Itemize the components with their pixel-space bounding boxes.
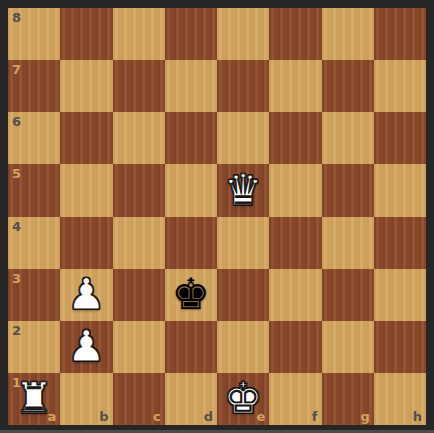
square-g7[interactable] <box>322 60 374 112</box>
rank-label-5: 5 <box>12 167 21 180</box>
square-b8[interactable] <box>60 8 112 60</box>
square-a8[interactable]: 8 <box>8 8 60 60</box>
white-pawn[interactable]: ♟ <box>60 321 112 373</box>
square-f6[interactable] <box>269 112 321 164</box>
square-a3[interactable]: 3 <box>8 269 60 321</box>
square-b5[interactable] <box>60 164 112 216</box>
file-label-c: c <box>153 410 161 423</box>
square-e3[interactable] <box>217 269 269 321</box>
square-g4[interactable] <box>322 217 374 269</box>
square-e5[interactable]: ♛ <box>217 164 269 216</box>
file-label-f: f <box>312 410 318 423</box>
square-b2[interactable]: ♟ <box>60 321 112 373</box>
square-a2[interactable]: 2 <box>8 321 60 373</box>
rank-label-4: 4 <box>12 220 21 233</box>
square-h8[interactable] <box>374 8 426 60</box>
square-a5[interactable]: 5 <box>8 164 60 216</box>
rank-label-2: 2 <box>12 324 21 337</box>
square-d6[interactable] <box>165 112 217 164</box>
square-g2[interactable] <box>322 321 374 373</box>
square-d5[interactable] <box>165 164 217 216</box>
square-a4[interactable]: 4 <box>8 217 60 269</box>
square-c3[interactable] <box>113 269 165 321</box>
square-b3[interactable]: ♟ <box>60 269 112 321</box>
square-e6[interactable] <box>217 112 269 164</box>
square-h5[interactable] <box>374 164 426 216</box>
square-g8[interactable] <box>322 8 374 60</box>
square-d3[interactable]: ♚ <box>165 269 217 321</box>
square-c8[interactable] <box>113 8 165 60</box>
square-f8[interactable] <box>269 8 321 60</box>
square-d4[interactable] <box>165 217 217 269</box>
square-h1[interactable]: h <box>374 373 426 425</box>
square-b6[interactable] <box>60 112 112 164</box>
square-b4[interactable] <box>60 217 112 269</box>
file-label-h: h <box>413 410 422 423</box>
square-a6[interactable]: 6 <box>8 112 60 164</box>
square-e7[interactable] <box>217 60 269 112</box>
square-e2[interactable] <box>217 321 269 373</box>
rank-label-6: 6 <box>12 115 21 128</box>
black-king[interactable]: ♚ <box>165 269 217 321</box>
rank-label-7: 7 <box>12 63 21 76</box>
square-d8[interactable] <box>165 8 217 60</box>
square-h3[interactable] <box>374 269 426 321</box>
square-f2[interactable] <box>269 321 321 373</box>
square-h2[interactable] <box>374 321 426 373</box>
chess-board: 8765♛43♟♚2♟1a♜bcde♚fgh <box>8 8 426 425</box>
square-b1[interactable]: b <box>60 373 112 425</box>
rank-label-8: 8 <box>12 11 21 24</box>
square-g3[interactable] <box>322 269 374 321</box>
white-pawn[interactable]: ♟ <box>60 269 112 321</box>
square-g1[interactable]: g <box>322 373 374 425</box>
square-g6[interactable] <box>322 112 374 164</box>
square-d7[interactable] <box>165 60 217 112</box>
square-e1[interactable]: e♚ <box>217 373 269 425</box>
file-label-d: d <box>204 410 213 423</box>
white-king[interactable]: ♚ <box>217 373 269 425</box>
square-g5[interactable] <box>322 164 374 216</box>
white-queen[interactable]: ♛ <box>217 164 269 216</box>
rank-label-3: 3 <box>12 272 21 285</box>
square-e8[interactable] <box>217 8 269 60</box>
file-label-g: g <box>360 410 369 423</box>
square-b7[interactable] <box>60 60 112 112</box>
square-f7[interactable] <box>269 60 321 112</box>
square-h6[interactable] <box>374 112 426 164</box>
square-d2[interactable] <box>165 321 217 373</box>
square-h7[interactable] <box>374 60 426 112</box>
square-f5[interactable] <box>269 164 321 216</box>
square-a1[interactable]: 1a♜ <box>8 373 60 425</box>
square-f1[interactable]: f <box>269 373 321 425</box>
square-h4[interactable] <box>374 217 426 269</box>
white-rook[interactable]: ♜ <box>8 373 60 425</box>
file-label-b: b <box>99 410 108 423</box>
square-c5[interactable] <box>113 164 165 216</box>
square-c6[interactable] <box>113 112 165 164</box>
square-c7[interactable] <box>113 60 165 112</box>
square-e4[interactable] <box>217 217 269 269</box>
square-f3[interactable] <box>269 269 321 321</box>
square-d1[interactable]: d <box>165 373 217 425</box>
square-c4[interactable] <box>113 217 165 269</box>
square-c2[interactable] <box>113 321 165 373</box>
square-a7[interactable]: 7 <box>8 60 60 112</box>
square-f4[interactable] <box>269 217 321 269</box>
chess-board-frame: 8765♛43♟♚2♟1a♜bcde♚fgh <box>0 0 434 433</box>
square-c1[interactable]: c <box>113 373 165 425</box>
